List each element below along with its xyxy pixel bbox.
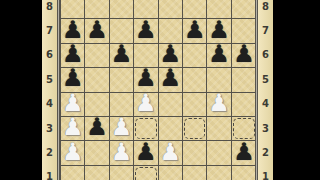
black-pawn[interactable]: ♟ (233, 141, 255, 164)
square-c2[interactable]: ♟ (110, 141, 134, 165)
square-g1[interactable] (207, 166, 231, 180)
rank-labels-left: 87654321 (42, 0, 57, 180)
square-b1[interactable] (85, 166, 109, 180)
square-g4[interactable]: ♟ (207, 93, 231, 117)
square-e5[interactable]: ♟ (159, 68, 183, 92)
black-pawn[interactable]: ♟ (135, 19, 157, 42)
rank-label-left-4: 4 (42, 92, 57, 116)
square-f3[interactable] (183, 117, 207, 141)
rank-label-left-1: 1 (42, 165, 57, 180)
black-pawn[interactable]: ♟ (135, 67, 157, 90)
black-pawn[interactable]: ♟ (86, 116, 108, 139)
square-g6[interactable]: ♟ (207, 44, 231, 68)
black-pawn[interactable]: ♟ (208, 43, 230, 66)
square-b6[interactable] (85, 44, 109, 68)
square-e4[interactable] (159, 93, 183, 117)
rank-label-left-7: 7 (42, 18, 57, 42)
square-h6[interactable]: ♟ (232, 44, 256, 68)
rank-label-left-6: 6 (42, 43, 57, 67)
square-c6[interactable]: ♟ (110, 44, 134, 68)
black-pawn[interactable]: ♟ (86, 19, 108, 42)
square-a1[interactable] (61, 166, 85, 180)
square-h2[interactable]: ♟ (232, 141, 256, 165)
square-g3[interactable] (207, 117, 231, 141)
rank-label-right-3: 3 (258, 116, 273, 140)
square-b7[interactable]: ♟ (85, 19, 109, 43)
square-f4[interactable] (183, 93, 207, 117)
rank-label-right-5: 5 (258, 67, 273, 91)
rank-label-right-1: 1 (258, 165, 273, 180)
rank-label-left-5: 5 (42, 67, 57, 91)
square-b2[interactable] (85, 141, 109, 165)
black-pawn[interactable]: ♟ (62, 67, 84, 90)
square-f1[interactable] (183, 166, 207, 180)
rank-label-right-6: 6 (258, 43, 273, 67)
square-b3[interactable]: ♟ (85, 117, 109, 141)
square-h8[interactable] (232, 0, 256, 19)
square-g2[interactable] (207, 141, 231, 165)
white-pawn[interactable]: ♟ (62, 141, 84, 164)
square-f2[interactable] (183, 141, 207, 165)
black-pawn[interactable]: ♟ (160, 67, 182, 90)
white-pawn[interactable]: ♟ (208, 92, 230, 115)
rank-label-left-3: 3 (42, 116, 57, 140)
rank-label-left-2: 2 (42, 140, 57, 164)
square-f7[interactable]: ♟ (183, 19, 207, 43)
black-pawn[interactable]: ♟ (208, 19, 230, 42)
square-f5[interactable] (183, 68, 207, 92)
rank-label-left-8: 8 (42, 0, 57, 18)
black-pawn[interactable]: ♟ (233, 43, 255, 66)
square-d1[interactable] (134, 166, 158, 180)
square-e2[interactable]: ♟ (159, 141, 183, 165)
game-window: 87654321 ♟♟♟♟♟♟♟♟♟♟♟♟♟♟♟♟♟♟♟♟♟♟♟♟ 876543… (0, 0, 320, 180)
square-e8[interactable] (159, 0, 183, 19)
square-f6[interactable] (183, 44, 207, 68)
rank-label-right-8: 8 (258, 0, 273, 18)
square-d7[interactable]: ♟ (134, 19, 158, 43)
black-pawn[interactable]: ♟ (62, 19, 84, 42)
rank-label-right-7: 7 (258, 18, 273, 42)
square-d2[interactable]: ♟ (134, 141, 158, 165)
square-b5[interactable] (85, 68, 109, 92)
square-c8[interactable] (110, 0, 134, 19)
white-pawn[interactable]: ♟ (111, 141, 133, 164)
white-pawn[interactable]: ♟ (160, 141, 182, 164)
black-pawn[interactable]: ♟ (184, 19, 206, 42)
white-pawn[interactable]: ♟ (62, 92, 84, 115)
square-h5[interactable] (232, 68, 256, 92)
square-e1[interactable] (159, 166, 183, 180)
square-h1[interactable] (232, 166, 256, 180)
square-c1[interactable] (110, 166, 134, 180)
white-pawn[interactable]: ♟ (135, 92, 157, 115)
black-pawn[interactable]: ♟ (135, 141, 157, 164)
black-pawn[interactable]: ♟ (62, 43, 84, 66)
black-pawn[interactable]: ♟ (160, 43, 182, 66)
rank-labels-right: 87654321 (258, 0, 273, 180)
square-a2[interactable]: ♟ (61, 141, 85, 165)
rank-label-right-2: 2 (258, 140, 273, 164)
square-d4[interactable]: ♟ (134, 93, 158, 117)
square-c5[interactable] (110, 68, 134, 92)
square-h4[interactable] (232, 93, 256, 117)
black-pawn[interactable]: ♟ (111, 43, 133, 66)
white-pawn[interactable]: ♟ (111, 116, 133, 139)
white-pawn[interactable]: ♟ (62, 116, 84, 139)
rank-label-right-4: 4 (258, 92, 273, 116)
game-board: ♟♟♟♟♟♟♟♟♟♟♟♟♟♟♟♟♟♟♟♟♟♟♟♟ (60, 0, 257, 180)
